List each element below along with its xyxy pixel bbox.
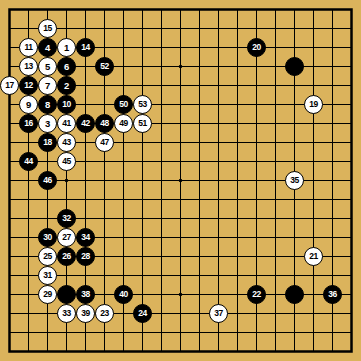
black-stone-move-34[interactable]: 34 bbox=[76, 228, 95, 247]
move-number: 44 bbox=[24, 157, 32, 166]
black-stone-move-28[interactable]: 28 bbox=[76, 247, 95, 266]
move-number: 7 bbox=[45, 80, 50, 90]
white-stone-move-27[interactable]: 27 bbox=[57, 228, 76, 247]
white-stone-move-3[interactable]: 3 bbox=[38, 114, 57, 133]
move-number: 18 bbox=[43, 138, 51, 147]
white-stone-move-29[interactable]: 29 bbox=[38, 285, 57, 304]
move-number: 15 bbox=[43, 24, 51, 33]
move-number: 27 bbox=[62, 233, 70, 242]
move-number: 10 bbox=[62, 100, 70, 109]
white-stone-move-11[interactable]: 11 bbox=[19, 38, 38, 57]
black-stone-move-18[interactable]: 18 bbox=[38, 133, 57, 152]
move-number: 25 bbox=[43, 252, 51, 261]
move-number: 43 bbox=[62, 138, 70, 147]
move-number: 42 bbox=[81, 119, 89, 128]
black-stone-move-44[interactable]: 44 bbox=[19, 152, 38, 171]
black-stone-move-32[interactable]: 32 bbox=[57, 209, 76, 228]
move-number: 9 bbox=[26, 99, 31, 109]
move-number: 32 bbox=[62, 214, 70, 223]
black-stone-move-52[interactable]: 52 bbox=[95, 57, 114, 76]
move-number: 31 bbox=[43, 271, 51, 280]
white-stone-move-47[interactable]: 47 bbox=[95, 133, 114, 152]
white-stone-move-39[interactable]: 39 bbox=[76, 304, 95, 323]
move-number: 46 bbox=[43, 176, 51, 185]
move-number: 5 bbox=[45, 61, 50, 71]
black-stone-move-50[interactable]: 50 bbox=[114, 95, 133, 114]
move-number: 12 bbox=[24, 81, 32, 90]
black-stone-move-8[interactable]: 8 bbox=[38, 95, 57, 114]
white-stone-move-7[interactable]: 7 bbox=[38, 76, 57, 95]
white-stone-move-21[interactable]: 21 bbox=[304, 247, 323, 266]
move-number: 35 bbox=[290, 176, 298, 185]
black-stone-move-4[interactable]: 4 bbox=[38, 38, 57, 57]
move-number: 36 bbox=[328, 290, 336, 299]
move-number: 49 bbox=[119, 119, 127, 128]
move-number: 16 bbox=[24, 119, 32, 128]
white-stone-move-33[interactable]: 33 bbox=[57, 304, 76, 323]
black-stone-handicap[interactable] bbox=[285, 285, 304, 304]
black-stone-handicap[interactable] bbox=[57, 285, 76, 304]
white-stone-move-9[interactable]: 9 bbox=[19, 95, 38, 114]
move-number: 40 bbox=[119, 290, 127, 299]
move-number: 29 bbox=[43, 290, 51, 299]
move-number: 20 bbox=[252, 43, 260, 52]
move-number: 30 bbox=[43, 233, 51, 242]
go-board[interactable]: 1234567891011121314151617181920212223242… bbox=[0, 0, 361, 361]
move-number: 24 bbox=[138, 309, 146, 318]
white-stone-move-19[interactable]: 19 bbox=[304, 95, 323, 114]
black-stone-move-30[interactable]: 30 bbox=[38, 228, 57, 247]
move-number: 3 bbox=[45, 118, 50, 128]
move-number: 37 bbox=[214, 309, 222, 318]
white-stone-move-41[interactable]: 41 bbox=[57, 114, 76, 133]
black-stone-move-38[interactable]: 38 bbox=[76, 285, 95, 304]
move-number: 38 bbox=[81, 290, 89, 299]
white-stone-move-35[interactable]: 35 bbox=[285, 171, 304, 190]
white-stone-move-25[interactable]: 25 bbox=[38, 247, 57, 266]
move-number: 1 bbox=[64, 42, 69, 52]
move-number: 11 bbox=[25, 43, 33, 52]
move-number: 52 bbox=[100, 62, 108, 71]
white-stone-move-31[interactable]: 31 bbox=[38, 266, 57, 285]
move-number: 45 bbox=[62, 157, 70, 166]
move-number: 22 bbox=[252, 290, 260, 299]
move-number: 50 bbox=[119, 100, 127, 109]
move-number: 53 bbox=[138, 100, 146, 109]
move-number: 17 bbox=[5, 81, 13, 90]
white-stone-move-13[interactable]: 13 bbox=[19, 57, 38, 76]
white-stone-move-53[interactable]: 53 bbox=[133, 95, 152, 114]
black-stone-move-16[interactable]: 16 bbox=[19, 114, 38, 133]
move-number: 33 bbox=[62, 309, 70, 318]
move-number: 21 bbox=[309, 252, 317, 261]
white-stone-move-43[interactable]: 43 bbox=[57, 133, 76, 152]
black-stone-handicap[interactable] bbox=[285, 57, 304, 76]
black-stone-move-10[interactable]: 10 bbox=[57, 95, 76, 114]
move-number: 23 bbox=[100, 309, 108, 318]
stones-layer: 1234567891011121314151617181920212223242… bbox=[0, 0, 361, 361]
white-stone-move-17[interactable]: 17 bbox=[0, 76, 19, 95]
move-number: 6 bbox=[64, 61, 69, 71]
white-stone-move-51[interactable]: 51 bbox=[133, 114, 152, 133]
black-stone-move-42[interactable]: 42 bbox=[76, 114, 95, 133]
move-number: 47 bbox=[100, 138, 108, 147]
white-stone-move-1[interactable]: 1 bbox=[57, 38, 76, 57]
white-stone-move-5[interactable]: 5 bbox=[38, 57, 57, 76]
black-stone-move-36[interactable]: 36 bbox=[323, 285, 342, 304]
white-stone-move-45[interactable]: 45 bbox=[57, 152, 76, 171]
move-number: 28 bbox=[81, 252, 89, 261]
move-number: 51 bbox=[138, 119, 146, 128]
move-number: 2 bbox=[64, 80, 69, 90]
black-stone-move-48[interactable]: 48 bbox=[95, 114, 114, 133]
move-number: 39 bbox=[81, 309, 89, 318]
black-stone-move-20[interactable]: 20 bbox=[247, 38, 266, 57]
move-number: 14 bbox=[81, 43, 89, 52]
white-stone-move-23[interactable]: 23 bbox=[95, 304, 114, 323]
move-number: 8 bbox=[45, 99, 50, 109]
move-number: 13 bbox=[24, 62, 32, 71]
black-stone-move-14[interactable]: 14 bbox=[76, 38, 95, 57]
move-number: 4 bbox=[45, 42, 50, 52]
black-stone-move-26[interactable]: 26 bbox=[57, 247, 76, 266]
white-stone-move-37[interactable]: 37 bbox=[209, 304, 228, 323]
move-number: 41 bbox=[62, 119, 70, 128]
move-number: 48 bbox=[100, 119, 108, 128]
white-stone-move-49[interactable]: 49 bbox=[114, 114, 133, 133]
black-stone-move-12[interactable]: 12 bbox=[19, 76, 38, 95]
black-stone-move-2[interactable]: 2 bbox=[57, 76, 76, 95]
black-stone-move-40[interactable]: 40 bbox=[114, 285, 133, 304]
move-number: 19 bbox=[309, 100, 317, 109]
move-number: 26 bbox=[62, 252, 70, 261]
white-stone-move-15[interactable]: 15 bbox=[38, 19, 57, 38]
black-stone-move-22[interactable]: 22 bbox=[247, 285, 266, 304]
black-stone-move-6[interactable]: 6 bbox=[57, 57, 76, 76]
black-stone-move-24[interactable]: 24 bbox=[133, 304, 152, 323]
black-stone-move-46[interactable]: 46 bbox=[38, 171, 57, 190]
move-number: 34 bbox=[81, 233, 89, 242]
